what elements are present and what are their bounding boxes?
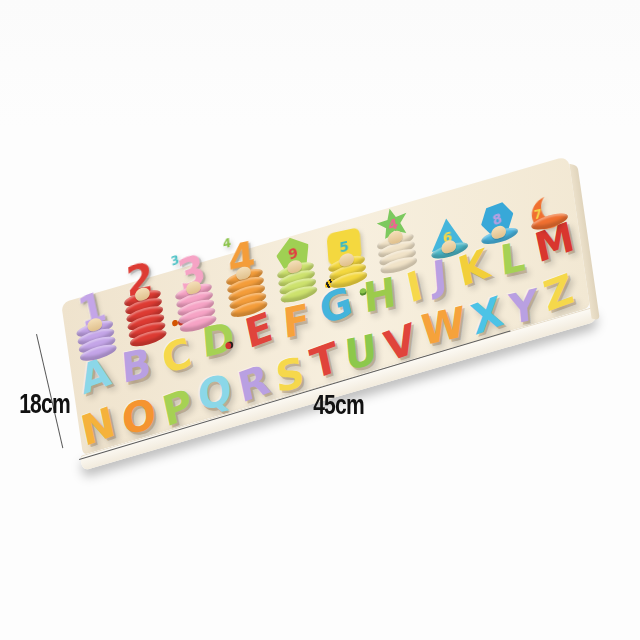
counting-item-5: 9 <box>268 231 323 307</box>
printed-digit: 4 <box>222 238 231 251</box>
letter-piece-Q: Q <box>196 368 233 417</box>
height-dimension-label: 18cm <box>19 389 70 420</box>
product-photo: 123344954687 ABCDEFGHIJKLM NOPQRSTUVWXYZ… <box>0 0 640 640</box>
counting-item-7: 4 <box>368 202 423 278</box>
counting-item-1: 1 <box>66 285 122 365</box>
letter-piece-Z: Z <box>540 268 577 318</box>
letter-piece-T: T <box>307 336 342 386</box>
ring-peg-4 <box>224 262 267 321</box>
ring-peg-2 <box>123 283 168 350</box>
letter-piece-N: N <box>78 401 119 453</box>
width-dimension-label: 45cm <box>313 390 364 421</box>
printed-digit: 3 <box>170 254 180 267</box>
ring-peg-3 <box>174 276 217 335</box>
counting-item-4: 44 <box>216 233 273 321</box>
counting-item-2: 2 <box>114 254 172 350</box>
